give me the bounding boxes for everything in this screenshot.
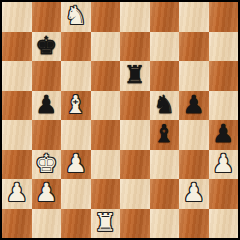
square-h8[interactable] [209,2,239,32]
square-f7[interactable] [150,32,180,62]
square-f1[interactable] [150,209,180,239]
square-d3[interactable] [91,150,121,180]
white-rook: ♜ [94,210,116,235]
square-b8[interactable] [32,2,62,32]
chessboard-diagram: ♞♚♜♟♝♞♟♝♟♚♟♟♟♟♟♜ [0,0,240,240]
square-g3[interactable] [179,150,209,180]
white-king: ♚ [35,151,57,176]
square-a2[interactable]: ♟ [2,179,32,209]
square-e3[interactable] [120,150,150,180]
white-pawn: ♟ [212,151,234,176]
square-h7[interactable] [209,32,239,62]
white-knight: ♞ [65,3,87,28]
square-a1[interactable] [2,209,32,239]
square-h5[interactable] [209,91,239,121]
square-a7[interactable] [2,32,32,62]
square-g5[interactable]: ♟ [179,91,209,121]
square-d2[interactable] [91,179,121,209]
white-pawn: ♟ [65,151,87,176]
square-d4[interactable] [91,120,121,150]
square-c4[interactable] [61,120,91,150]
square-c7[interactable] [61,32,91,62]
square-h1[interactable] [209,209,239,239]
square-h4[interactable]: ♟ [209,120,239,150]
square-g8[interactable] [179,2,209,32]
square-h2[interactable] [209,179,239,209]
black-rook: ♜ [124,62,146,87]
square-f2[interactable] [150,179,180,209]
square-g7[interactable] [179,32,209,62]
square-e7[interactable] [120,32,150,62]
square-g2[interactable]: ♟ [179,179,209,209]
white-pawn: ♟ [6,180,28,205]
square-c5[interactable]: ♝ [61,91,91,121]
square-c8[interactable]: ♞ [61,2,91,32]
black-pawn: ♟ [35,92,57,117]
black-pawn: ♟ [183,92,205,117]
square-e6[interactable]: ♜ [120,61,150,91]
square-h3[interactable]: ♟ [209,150,239,180]
square-c1[interactable] [61,209,91,239]
square-g1[interactable] [179,209,209,239]
black-king: ♚ [35,33,57,58]
chess-board: ♞♚♜♟♝♞♟♝♟♚♟♟♟♟♟♜ [0,0,240,240]
square-b2[interactable]: ♟ [32,179,62,209]
square-f8[interactable] [150,2,180,32]
square-f3[interactable] [150,150,180,180]
square-h6[interactable] [209,61,239,91]
square-d5[interactable] [91,91,121,121]
square-d1[interactable]: ♜ [91,209,121,239]
square-b7[interactable]: ♚ [32,32,62,62]
square-b5[interactable]: ♟ [32,91,62,121]
square-d8[interactable] [91,2,121,32]
square-g6[interactable] [179,61,209,91]
square-a5[interactable] [2,91,32,121]
square-b4[interactable] [32,120,62,150]
square-f6[interactable] [150,61,180,91]
square-e4[interactable] [120,120,150,150]
square-c2[interactable] [61,179,91,209]
square-d7[interactable] [91,32,121,62]
square-f4[interactable]: ♝ [150,120,180,150]
white-bishop: ♝ [65,92,87,117]
white-pawn: ♟ [183,180,205,205]
square-b3[interactable]: ♚ [32,150,62,180]
square-b1[interactable] [32,209,62,239]
square-e2[interactable] [120,179,150,209]
square-e1[interactable] [120,209,150,239]
square-b6[interactable] [32,61,62,91]
square-g4[interactable] [179,120,209,150]
square-e5[interactable] [120,91,150,121]
square-d6[interactable] [91,61,121,91]
square-c3[interactable]: ♟ [61,150,91,180]
black-knight: ♞ [153,92,175,117]
square-a8[interactable] [2,2,32,32]
square-f5[interactable]: ♞ [150,91,180,121]
square-e8[interactable] [120,2,150,32]
black-pawn: ♟ [212,121,234,146]
square-a3[interactable] [2,150,32,180]
white-pawn: ♟ [35,180,57,205]
square-a4[interactable] [2,120,32,150]
square-a6[interactable] [2,61,32,91]
square-c6[interactable] [61,61,91,91]
black-bishop: ♝ [153,121,175,146]
